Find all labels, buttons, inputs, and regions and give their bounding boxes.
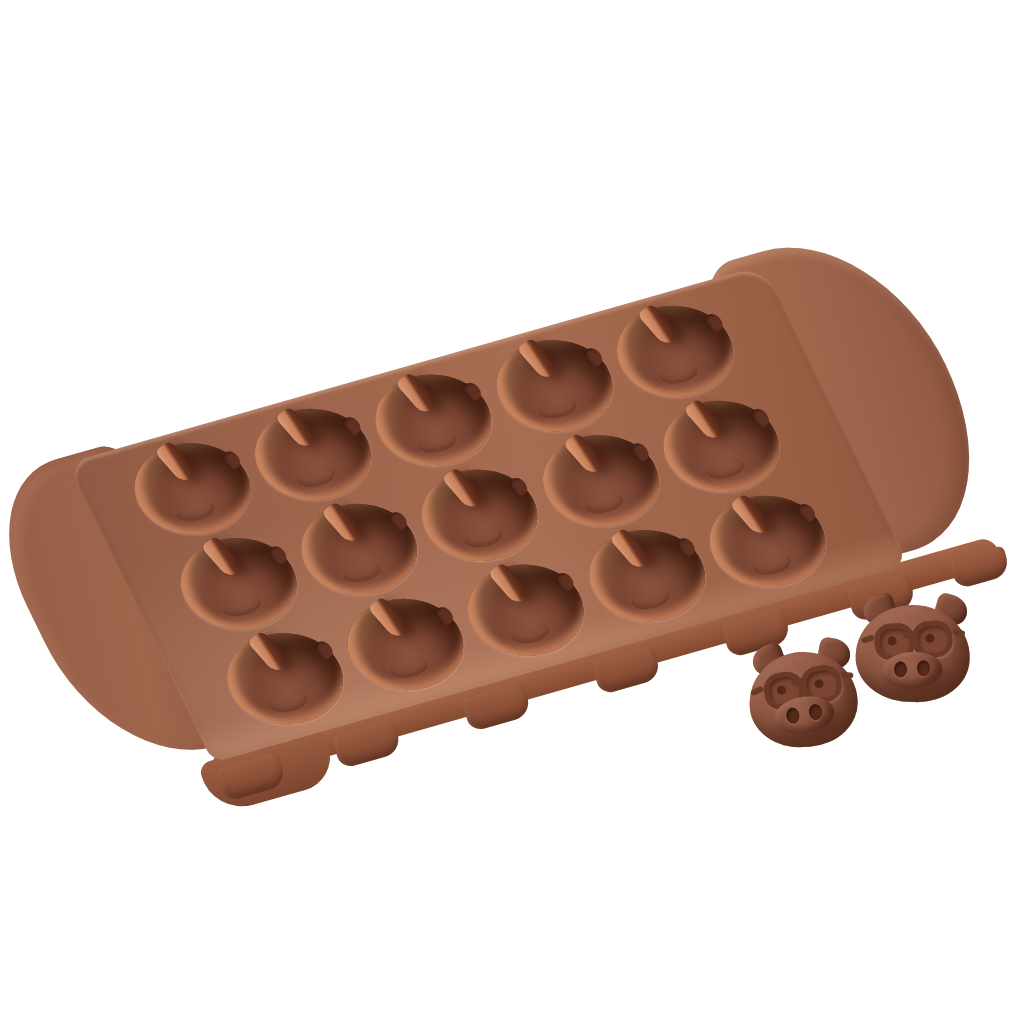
cavity-notch: [507, 475, 531, 498]
cavity-ridge: [275, 406, 318, 449]
pig-chocolate-left: [745, 637, 860, 750]
cavity-imprint: [415, 428, 460, 456]
cavity-imprint: [628, 585, 673, 613]
cavity-notch: [340, 414, 364, 437]
cavity-imprint: [220, 593, 265, 621]
cavity-imprint: [340, 558, 385, 586]
cavity-imprint: [266, 688, 311, 716]
cavity-imprint: [582, 489, 627, 517]
cavity-ridge: [683, 398, 726, 441]
mold-foot-bump: [462, 682, 533, 732]
cavity-imprint: [749, 550, 794, 578]
cavity-notch: [553, 570, 577, 593]
cavity-notch: [628, 440, 652, 463]
glasses-temple-right: [840, 672, 853, 679]
mold-foot-bump: [332, 719, 403, 769]
glasses-temple-left: [861, 634, 875, 644]
cavity-ridge: [442, 467, 485, 510]
cavity-ridge: [321, 501, 364, 544]
pig-nostril-right: [917, 660, 931, 677]
cavity-imprint: [507, 619, 552, 647]
pig-nostril-left: [785, 707, 800, 725]
cavity-notch: [581, 345, 605, 368]
cavity-notch: [312, 639, 336, 662]
pig-eye-left: [776, 685, 786, 695]
pig-eye-right: [814, 678, 824, 688]
product-photo-scene: [0, 0, 1024, 1024]
cavity-notch: [265, 543, 289, 566]
cavity-notch: [674, 536, 698, 559]
pig-eye-right: [925, 634, 935, 644]
cavity-notch: [386, 509, 410, 532]
pig-nostril-right: [808, 703, 823, 721]
pig-eye-left: [887, 636, 897, 646]
mold-foot-bump: [949, 545, 1011, 589]
cavity-imprint: [173, 497, 218, 525]
cavity-notch: [702, 311, 726, 334]
cavity-notch: [219, 448, 243, 471]
cavity-imprint: [294, 463, 339, 491]
cavity-notch: [795, 501, 819, 524]
cavity-ridge: [637, 303, 680, 346]
cavity-ridge: [247, 631, 290, 674]
cavity-ridge: [609, 528, 652, 571]
pig-snout: [881, 650, 943, 690]
cavity-notch: [748, 406, 772, 429]
glasses-temple-left: [750, 686, 764, 697]
cavity-imprint: [656, 360, 701, 388]
mold-foot-bump: [591, 645, 662, 695]
cavity-ridge: [563, 432, 606, 475]
cavity-notch: [461, 379, 485, 402]
cavity-imprint: [535, 394, 580, 422]
cavity-ridge: [368, 596, 411, 639]
cavity-ridge: [154, 440, 197, 483]
cavity-ridge: [200, 535, 243, 578]
pig-chocolate-right: [854, 592, 972, 704]
glasses-temple-right: [952, 629, 966, 637]
pig-nostril-left: [894, 661, 908, 678]
cavity-imprint: [387, 654, 432, 682]
cavity-ridge: [516, 337, 559, 380]
cavity-ridge: [396, 371, 439, 414]
cavity-ridge: [488, 562, 531, 605]
cavity-notch: [433, 604, 457, 627]
cavity-imprint: [703, 455, 748, 483]
cavity-ridge: [730, 493, 773, 536]
cavity-imprint: [461, 524, 506, 552]
cavity-grid: [108, 286, 851, 744]
